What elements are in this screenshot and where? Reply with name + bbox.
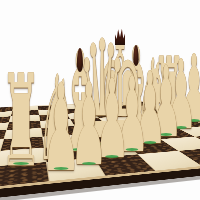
piece-white-rook: ♜ (1, 58, 42, 185)
pieces-layer: ♜♞♝♚♛♝♞♜♟♟♟♟♟♟♟♟ (0, 0, 200, 200)
chess-set-photo: ♜♞♝♚♛♝♞♜♟♟♟♟♟♟♟♟ (0, 0, 200, 200)
piece-white-pawn: ♟ (41, 68, 80, 189)
pawn-glyph: ♟ (41, 68, 80, 189)
rook-glyph: ♜ (1, 58, 42, 185)
